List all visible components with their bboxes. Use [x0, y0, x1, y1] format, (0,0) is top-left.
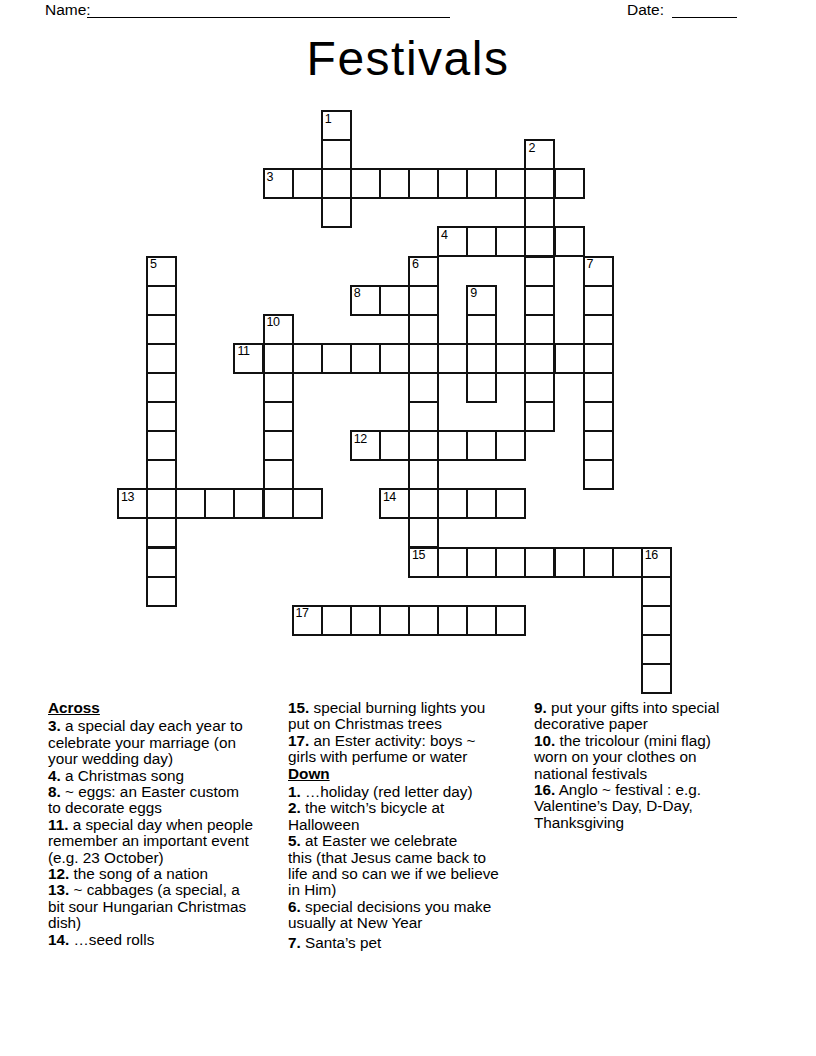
- grid-cell-r10c14[interactable]: [524, 401, 555, 432]
- grid-cell-r4c11[interactable]: 4: [437, 226, 468, 257]
- grid-cell-r8c14[interactable]: [524, 343, 555, 374]
- clue-text: a special day each year to celebrate you…: [48, 717, 243, 767]
- grid-cell-r8c13[interactable]: [495, 343, 526, 374]
- grid-cell-r8c11[interactable]: [437, 343, 468, 374]
- grid-cell-r16c18[interactable]: [641, 576, 672, 607]
- cell-number-5: 5: [150, 258, 156, 271]
- clue-text: …holiday (red letter day): [305, 783, 473, 800]
- grid-cell-r8c6[interactable]: [292, 343, 323, 374]
- clue-text: the song of a nation: [74, 865, 208, 882]
- grid-cell-r12c5[interactable]: [263, 459, 294, 490]
- grid-cell-r15c11[interactable]: [437, 547, 468, 578]
- crossword-grid: 1234567891011121314151617: [117, 110, 670, 692]
- grid-cell-r1c14[interactable]: 2: [524, 139, 555, 170]
- grid-cell-r19c18[interactable]: [641, 663, 672, 694]
- grid-cell-r6c14[interactable]: [524, 285, 555, 316]
- grid-cell-r15c17[interactable]: [612, 547, 643, 578]
- grid-cell-r10c1[interactable]: [146, 401, 177, 432]
- grid-cell-r13c2[interactable]: [175, 488, 206, 519]
- grid-cell-r7c1[interactable]: [146, 314, 177, 345]
- cell-number-15: 15: [412, 549, 425, 562]
- grid-cell-r13c1[interactable]: [146, 488, 177, 519]
- name-label: Name:: [45, 2, 91, 18]
- clue-number: 17.: [288, 732, 309, 749]
- grid-cell-r17c8[interactable]: [350, 605, 381, 636]
- grid-cell-r5c10[interactable]: 6: [408, 256, 439, 287]
- clue-4: 4. a Christmas song: [48, 768, 288, 784]
- clue-6: 6. special decisions you make usually at…: [288, 899, 534, 932]
- grid-cell-r13c12[interactable]: [466, 488, 497, 519]
- clue-number: 1.: [288, 783, 301, 800]
- grid-cell-r5c14[interactable]: [524, 256, 555, 287]
- clue-text: ~ eggs: an Easter custom to decorate egg…: [48, 783, 239, 816]
- grid-cell-r2c7[interactable]: [321, 168, 352, 199]
- grid-cell-r2c10[interactable]: [408, 168, 439, 199]
- clue-16: 16. Anglo ~ festival : e.g. Valentine’s …: [534, 782, 754, 831]
- clue-number: 11.: [48, 816, 68, 833]
- grid-cell-r11c13[interactable]: [495, 430, 526, 461]
- grid-cell-r2c13[interactable]: [495, 168, 526, 199]
- clue-14: 14. …seed rolls: [48, 932, 288, 948]
- clue-15: 15. special burning lights you put on Ch…: [288, 700, 534, 733]
- clue-12: 12. the song of a nation: [48, 866, 288, 882]
- grid-cell-r13c13[interactable]: [495, 488, 526, 519]
- cell-number-16: 16: [645, 549, 658, 562]
- clue-text: put your gifts into special decorative p…: [534, 699, 719, 732]
- clue-text: special burning lights you put on Christ…: [288, 699, 485, 732]
- clue-text: the witch’s bicycle at Halloween: [288, 799, 444, 832]
- clue-number: 16.: [534, 781, 555, 798]
- clue-number: 4.: [48, 767, 61, 784]
- grid-cell-r11c1[interactable]: [146, 430, 177, 461]
- cell-number-3: 3: [267, 171, 273, 184]
- clue-text: Anglo ~ festival : e.g. Valentine’s Day,…: [534, 781, 701, 831]
- clue-text: the tricolour (mini flag) worn on your c…: [534, 732, 711, 782]
- grid-cell-r2c8[interactable]: [350, 168, 381, 199]
- grid-cell-r7c14[interactable]: [524, 314, 555, 345]
- grid-cell-r17c10[interactable]: [408, 605, 439, 636]
- clue-column-3: 9. put your gifts into special decorativ…: [534, 700, 754, 831]
- grid-cell-r2c12[interactable]: [466, 168, 497, 199]
- clue-1: 1. …holiday (red letter day): [288, 784, 534, 800]
- clue-text: Santa’s pet: [305, 934, 381, 951]
- clue-17: 17. an Ester activity: boys ~ girls with…: [288, 733, 534, 766]
- cell-number-14: 14: [383, 491, 396, 504]
- grid-cell-r15c13[interactable]: [495, 547, 526, 578]
- clue-2: 2. the witch’s bicycle at Halloween: [288, 800, 534, 833]
- grid-cell-r6c1[interactable]: [146, 285, 177, 316]
- grid-cell-r8c10[interactable]: [408, 343, 439, 374]
- grid-cell-r4c12[interactable]: [466, 226, 497, 257]
- grid-cell-r15c14[interactable]: [524, 547, 555, 578]
- grid-cell-r4c14[interactable]: [524, 226, 555, 257]
- grid-cell-r17c7[interactable]: [321, 605, 352, 636]
- grid-cell-r15c16[interactable]: [583, 547, 614, 578]
- date-label: Date:: [627, 2, 664, 18]
- grid-cell-r11c5[interactable]: [263, 430, 294, 461]
- clue-text: ~ cabbages (a special, a bit sour Hungar…: [48, 881, 246, 931]
- grid-cell-r15c12[interactable]: [466, 547, 497, 578]
- grid-cell-r8c9[interactable]: [379, 343, 410, 374]
- grid-cell-r17c6[interactable]: 17: [292, 605, 323, 636]
- clue-13: 13. ~ cabbages (a special, a bit sour Hu…: [48, 882, 288, 931]
- clue-number: 13.: [48, 881, 69, 898]
- cell-number-7: 7: [587, 258, 593, 271]
- cell-number-13: 13: [121, 491, 134, 504]
- clue-7: 7. Santa’s pet: [288, 935, 534, 951]
- grid-cell-r3c14[interactable]: [524, 197, 555, 228]
- grid-cell-r6c16[interactable]: [583, 285, 614, 316]
- clue-number: 7.: [288, 934, 301, 951]
- grid-cell-r13c11[interactable]: [437, 488, 468, 519]
- clue-text: …seed rolls: [74, 931, 155, 948]
- cell-number-17: 17: [296, 607, 309, 620]
- grid-cell-r17c12[interactable]: [466, 605, 497, 636]
- grid-cell-r14c1[interactable]: [146, 517, 177, 548]
- grid-cell-r13c9[interactable]: 14: [379, 488, 410, 519]
- grid-cell-r6c8[interactable]: 8: [350, 285, 381, 316]
- grid-cell-r11c8[interactable]: 12: [350, 430, 381, 461]
- clue-number: 2.: [288, 799, 301, 816]
- grid-cell-r2c15[interactable]: [554, 168, 585, 199]
- clues-header-across: Across: [48, 700, 288, 716]
- grid-cell-r18c18[interactable]: [641, 634, 672, 665]
- clue-number: 8.: [48, 783, 61, 800]
- grid-cell-r2c9[interactable]: [379, 168, 410, 199]
- grid-cell-r6c12[interactable]: 9: [466, 285, 497, 316]
- grid-cell-r15c18[interactable]: 16: [641, 547, 672, 578]
- grid-cell-r12c10[interactable]: [408, 459, 439, 490]
- grid-cell-r7c10[interactable]: [408, 314, 439, 345]
- clue-number: 3.: [48, 717, 61, 734]
- name-blank-line[interactable]: [87, 0, 450, 18]
- grid-cell-r9c5[interactable]: [263, 372, 294, 403]
- cell-number-2: 2: [528, 142, 534, 155]
- grid-cell-r2c11[interactable]: [437, 168, 468, 199]
- grid-cell-r8c12[interactable]: [466, 343, 497, 374]
- grid-cell-r11c16[interactable]: [583, 430, 614, 461]
- clue-number: 5.: [288, 832, 301, 849]
- cell-number-8: 8: [354, 287, 360, 300]
- grid-cell-r11c10[interactable]: [408, 430, 439, 461]
- clue-column-1: Across3. a special day each year to cele…: [48, 700, 288, 948]
- grid-cell-r8c4[interactable]: 11: [233, 343, 264, 374]
- grid-cell-r6c9[interactable]: [379, 285, 410, 316]
- clue-text: an Ester activity: boys ~ girls with per…: [288, 732, 475, 765]
- grid-cell-r8c5[interactable]: [263, 343, 294, 374]
- clue-8: 8. ~ eggs: an Easter custom to decorate …: [48, 784, 288, 817]
- grid-cell-r9c10[interactable]: [408, 372, 439, 403]
- grid-cell-r7c12[interactable]: [466, 314, 497, 345]
- grid-cell-r10c10[interactable]: [408, 401, 439, 432]
- grid-cell-r8c8[interactable]: [350, 343, 381, 374]
- grid-cell-r8c1[interactable]: [146, 343, 177, 374]
- grid-cell-r2c6[interactable]: [292, 168, 323, 199]
- grid-cell-r15c1[interactable]: [146, 547, 177, 578]
- cell-number-6: 6: [412, 258, 418, 271]
- grid-cell-r15c10[interactable]: 15: [408, 547, 439, 578]
- clue-text: a Christmas song: [65, 767, 184, 784]
- grid-cell-r6c10[interactable]: [408, 285, 439, 316]
- grid-cell-r3c7[interactable]: [321, 197, 352, 228]
- clue-5: 5. at Easter we celebrate this (that Jes…: [288, 833, 534, 899]
- clue-text: a special day when people remember an im…: [48, 816, 253, 866]
- grid-cell-r13c3[interactable]: [204, 488, 235, 519]
- clue-number: 10.: [534, 732, 555, 749]
- grid-cell-r13c5[interactable]: [263, 488, 294, 519]
- clue-number: 12.: [48, 865, 69, 882]
- clue-text: at Easter we celebrate this (that Jesus …: [288, 832, 499, 898]
- grid-cell-r16c1[interactable]: [146, 576, 177, 607]
- grid-cell-r9c12[interactable]: [466, 372, 497, 403]
- clue-text: special decisions you make usually at Ne…: [288, 898, 491, 931]
- grid-cell-r5c1[interactable]: 5: [146, 256, 177, 287]
- date-blank-line[interactable]: [672, 0, 737, 18]
- grid-cell-r0c7[interactable]: 1: [321, 110, 352, 141]
- grid-cell-r17c18[interactable]: [641, 605, 672, 636]
- clue-column-2: 15. special burning lights you put on Ch…: [288, 700, 534, 951]
- clue-9: 9. put your gifts into special decorativ…: [534, 700, 754, 733]
- clue-3: 3. a special day each year to celebrate …: [48, 718, 288, 767]
- grid-cell-r9c14[interactable]: [524, 372, 555, 403]
- clue-number: 14.: [48, 931, 69, 948]
- cell-number-1: 1: [325, 113, 331, 126]
- grid-cell-r7c5[interactable]: 10: [263, 314, 294, 345]
- grid-cell-r4c13[interactable]: [495, 226, 526, 257]
- cell-number-11: 11: [237, 345, 249, 358]
- cell-number-9: 9: [470, 287, 476, 300]
- grid-cell-r4c15[interactable]: [554, 226, 585, 257]
- clue-11: 11. a special day when people remember a…: [48, 817, 288, 866]
- clue-10: 10. the tricolour (mini flag) worn on yo…: [534, 733, 754, 782]
- cell-number-12: 12: [354, 433, 367, 446]
- grid-cell-r5c16[interactable]: 7: [583, 256, 614, 287]
- grid-cell-r12c16[interactable]: [583, 459, 614, 490]
- grid-cell-r2c5[interactable]: 3: [263, 168, 294, 199]
- grid-cell-r14c10[interactable]: [408, 517, 439, 548]
- clues-header-down: Down: [288, 766, 534, 782]
- grid-cell-r9c1[interactable]: [146, 372, 177, 403]
- page-title: Festivals: [0, 34, 816, 84]
- grid-cell-r17c13[interactable]: [495, 605, 526, 636]
- grid-cell-r8c15[interactable]: [554, 343, 585, 374]
- grid-cell-r2c14[interactable]: [524, 168, 555, 199]
- cell-number-10: 10: [267, 316, 280, 329]
- cell-number-4: 4: [441, 229, 447, 242]
- grid-cell-r17c9[interactable]: [379, 605, 410, 636]
- grid-cell-r11c9[interactable]: [379, 430, 410, 461]
- grid-cell-r11c11[interactable]: [437, 430, 468, 461]
- grid-cell-r8c16[interactable]: [583, 343, 614, 374]
- grid-cell-r13c4[interactable]: [233, 488, 264, 519]
- clue-number: 9.: [534, 699, 547, 716]
- grid-cell-r7c16[interactable]: [583, 314, 614, 345]
- grid-cell-r12c1[interactable]: [146, 459, 177, 490]
- grid-cell-r13c6[interactable]: [292, 488, 323, 519]
- grid-cell-r10c16[interactable]: [583, 401, 614, 432]
- grid-cell-r9c16[interactable]: [583, 372, 614, 403]
- grid-cell-r10c5[interactable]: [263, 401, 294, 432]
- grid-cell-r15c15[interactable]: [554, 547, 585, 578]
- clue-number: 15.: [288, 699, 309, 716]
- grid-cell-r13c10[interactable]: [408, 488, 439, 519]
- grid-cell-r13c0[interactable]: 13: [117, 488, 148, 519]
- grid-cell-r8c7[interactable]: [321, 343, 352, 374]
- clue-number: 6.: [288, 898, 301, 915]
- grid-cell-r17c11[interactable]: [437, 605, 468, 636]
- grid-cell-r11c12[interactable]: [466, 430, 497, 461]
- grid-cell-r1c7[interactable]: [321, 139, 352, 170]
